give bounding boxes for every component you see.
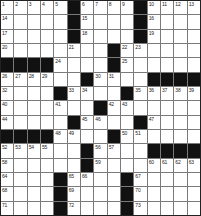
white-cell-r12c9[interactable]: [108, 159, 120, 172]
white-cell-r3c12[interactable]: 19: [148, 30, 160, 43]
white-cell-r13c1[interactable]: 64: [1, 173, 13, 186]
clue-number-69: 69: [69, 187, 74, 193]
clue-number-46: 46: [95, 116, 100, 122]
white-cell-r4c5[interactable]: [54, 44, 66, 57]
white-cell-r1c12[interactable]: 10: [148, 1, 160, 14]
white-cell-r12c2[interactable]: [14, 159, 26, 172]
white-cell-r3c5[interactable]: [54, 30, 66, 43]
white-cell-r2c4[interactable]: [41, 15, 53, 28]
white-cell-r2c14[interactable]: [174, 15, 186, 28]
clue-number-32: 32: [2, 87, 7, 93]
white-cell-r12c10[interactable]: [121, 159, 133, 172]
clue-number-1: 1: [2, 1, 5, 7]
white-cell-r11c6[interactable]: [68, 144, 80, 157]
white-cell-r3c1[interactable]: 17: [1, 30, 13, 43]
white-cell-r7c4[interactable]: [41, 87, 53, 100]
black-cell-r9c11: [134, 116, 146, 129]
white-cell-r4c10[interactable]: 22: [121, 44, 133, 57]
white-cell-r9c3[interactable]: [28, 116, 40, 129]
black-cell-r5c9: [108, 58, 120, 71]
black-cell-r10c1: [1, 130, 13, 143]
clue-number-54: 54: [29, 144, 34, 150]
white-cell-r8c14[interactable]: [174, 101, 186, 114]
white-cell-r12c4[interactable]: [41, 159, 53, 172]
white-cell-r14c13[interactable]: [161, 187, 173, 200]
crossword-grid: 1234567891011121314151617181920212223242…: [0, 0, 201, 216]
clue-number-47: 47: [149, 116, 154, 122]
white-cell-r8c3[interactable]: [28, 101, 40, 114]
white-cell-r14c7[interactable]: [81, 187, 93, 200]
white-cell-r9c8[interactable]: 46: [94, 116, 106, 129]
white-cell-r8c9[interactable]: 42: [108, 101, 120, 114]
white-cell-r15c15[interactable]: [188, 202, 200, 215]
white-cell-r15c4[interactable]: [41, 202, 53, 215]
white-cell-r4c13[interactable]: [161, 44, 173, 57]
clue-number-56: 56: [95, 144, 100, 150]
clue-number-15: 15: [82, 15, 87, 21]
white-cell-r11c2[interactable]: 53: [14, 144, 26, 157]
white-cell-r7c2[interactable]: [14, 87, 26, 100]
clue-number-60: 60: [149, 159, 154, 165]
white-cell-r1c3[interactable]: 3: [28, 1, 40, 14]
white-cell-r14c14[interactable]: [174, 187, 186, 200]
white-cell-r11c9[interactable]: 57: [108, 144, 120, 157]
white-cell-r3c9[interactable]: [108, 30, 120, 43]
clue-number-14: 14: [2, 15, 7, 21]
white-cell-r10c5[interactable]: 48: [54, 130, 66, 143]
black-cell-r3c6: [68, 30, 80, 43]
clue-number-17: 17: [2, 30, 7, 36]
clue-number-5: 5: [55, 1, 58, 7]
white-cell-r3c15[interactable]: [188, 30, 200, 43]
black-cell-r6c15: [188, 73, 200, 86]
clue-number-21: 21: [69, 44, 74, 50]
white-cell-r8c12[interactable]: [148, 101, 160, 114]
white-cell-r2c7[interactable]: 15: [81, 15, 93, 28]
white-cell-r12c12[interactable]: 60: [148, 159, 160, 172]
white-cell-r5c15[interactable]: [188, 58, 200, 71]
white-cell-r2c1[interactable]: 14: [1, 15, 13, 28]
white-cell-r4c8[interactable]: [94, 44, 106, 57]
white-cell-r2c15[interactable]: [188, 15, 200, 28]
clue-number-65: 65: [69, 173, 74, 179]
white-cell-r12c14[interactable]: 62: [174, 159, 186, 172]
clue-number-52: 52: [2, 144, 7, 150]
white-cell-r5c5[interactable]: 24: [54, 58, 66, 71]
white-cell-r5c8[interactable]: [94, 58, 106, 71]
clue-number-13: 13: [189, 1, 194, 7]
white-cell-r4c4[interactable]: [41, 44, 53, 57]
white-cell-r4c15[interactable]: [188, 44, 200, 57]
white-cell-r12c5[interactable]: [54, 159, 66, 172]
white-cell-r10c13[interactable]: [161, 130, 173, 143]
white-cell-r12c11[interactable]: [134, 159, 146, 172]
clue-number-25: 25: [122, 58, 127, 64]
black-cell-r6c7: [81, 73, 93, 86]
white-cell-r10c11[interactable]: 51: [134, 130, 146, 143]
white-cell-r15c3[interactable]: [28, 202, 40, 215]
black-cell-r2c11: [134, 15, 146, 28]
white-cell-r7c7[interactable]: 34: [81, 87, 93, 100]
white-cell-r7c14[interactable]: 38: [174, 87, 186, 100]
white-cell-r15c1[interactable]: 71: [1, 202, 13, 215]
black-cell-r2c6: [68, 15, 80, 28]
white-cell-r1c7[interactable]: 6: [81, 1, 93, 14]
black-cell-r6c14: [174, 73, 186, 86]
white-cell-r14c1[interactable]: 68: [1, 187, 13, 200]
white-cell-r14c6[interactable]: 69: [68, 187, 80, 200]
white-cell-r11c11[interactable]: [134, 144, 146, 157]
black-cell-r10c9: [108, 130, 120, 143]
white-cell-r6c5[interactable]: [54, 73, 66, 86]
white-cell-r11c10[interactable]: [121, 144, 133, 157]
white-cell-r11c1[interactable]: 52: [1, 144, 13, 157]
white-cell-r3c10[interactable]: [121, 30, 133, 43]
white-cell-r10c15[interactable]: [188, 130, 200, 143]
white-cell-r2c8[interactable]: [94, 15, 106, 28]
white-cell-r13c8[interactable]: [94, 173, 106, 186]
black-cell-r10c4: [41, 130, 53, 143]
white-cell-r10c8[interactable]: [94, 130, 106, 143]
clue-number-29: 29: [42, 73, 47, 79]
clue-number-22: 22: [122, 44, 127, 50]
white-cell-r9c5[interactable]: [54, 116, 66, 129]
white-cell-r15c2[interactable]: [14, 202, 26, 215]
black-cell-r7c5: [54, 87, 66, 100]
white-cell-r14c2[interactable]: [14, 187, 26, 200]
clue-number-50: 50: [122, 130, 127, 136]
white-cell-r12c3[interactable]: [28, 159, 40, 172]
white-cell-r13c12[interactable]: [148, 173, 160, 186]
white-cell-r3c7[interactable]: 18: [81, 30, 93, 43]
white-cell-r2c2[interactable]: [14, 15, 26, 28]
white-cell-r1c13[interactable]: 11: [161, 1, 173, 14]
clue-number-11: 11: [162, 1, 167, 7]
white-cell-r13c11[interactable]: 67: [134, 173, 146, 186]
white-cell-r8c1[interactable]: 40: [1, 101, 13, 114]
clue-number-24: 24: [55, 58, 60, 64]
clue-number-57: 57: [109, 144, 114, 150]
white-cell-r12c6[interactable]: [68, 159, 80, 172]
clue-number-27: 27: [15, 73, 20, 79]
white-cell-r13c9[interactable]: [108, 173, 120, 186]
white-cell-r7c9[interactable]: [108, 87, 120, 100]
black-cell-r5c1: [1, 58, 13, 71]
clue-number-18: 18: [82, 30, 87, 36]
white-cell-r3c8[interactable]: [94, 30, 106, 43]
clue-number-68: 68: [2, 187, 7, 193]
clue-number-34: 34: [82, 87, 87, 93]
white-cell-r5c12[interactable]: [148, 58, 160, 71]
clue-number-59: 59: [95, 159, 100, 165]
white-cell-r8c4[interactable]: [41, 101, 53, 114]
white-cell-r15c9[interactable]: [108, 202, 120, 215]
white-cell-r4c12[interactable]: [148, 44, 160, 57]
white-cell-r12c1[interactable]: 58: [1, 159, 13, 172]
white-cell-r6c8[interactable]: 30: [94, 73, 106, 86]
white-cell-r15c7[interactable]: [81, 202, 93, 215]
white-cell-r10c14[interactable]: [174, 130, 186, 143]
clue-number-51: 51: [135, 130, 140, 136]
white-cell-r3c14[interactable]: [174, 30, 186, 43]
white-cell-r2c13[interactable]: [161, 15, 173, 28]
clue-number-23: 23: [135, 44, 140, 50]
white-cell-r13c3[interactable]: [28, 173, 40, 186]
white-cell-r1c9[interactable]: 8: [108, 1, 120, 14]
clue-number-72: 72: [69, 202, 74, 208]
white-cell-r6c9[interactable]: 31: [108, 73, 120, 86]
white-cell-r14c9[interactable]: [108, 187, 120, 200]
white-cell-r1c4[interactable]: 4: [41, 1, 53, 14]
white-cell-r6c6[interactable]: [68, 73, 80, 86]
white-cell-r5c7[interactable]: [81, 58, 93, 71]
white-cell-r1c14[interactable]: 12: [174, 1, 186, 14]
white-cell-r2c3[interactable]: [28, 15, 40, 28]
clue-number-33: 33: [69, 87, 74, 93]
white-cell-r14c12[interactable]: [148, 187, 160, 200]
white-cell-r10c6[interactable]: 49: [68, 130, 80, 143]
white-cell-r15c14[interactable]: [174, 202, 186, 215]
white-cell-r12c8[interactable]: 59: [94, 159, 106, 172]
black-cell-r11c12: [148, 144, 160, 157]
white-cell-r2c12[interactable]: 16: [148, 15, 160, 28]
black-cell-r14c10: [121, 187, 133, 200]
clue-number-73: 73: [135, 202, 140, 208]
white-cell-r5c13[interactable]: [161, 58, 173, 71]
white-cell-r13c14[interactable]: [174, 173, 186, 186]
black-cell-r6c13: [161, 73, 173, 86]
clue-number-55: 55: [42, 144, 47, 150]
clue-number-7: 7: [95, 1, 98, 7]
white-cell-r12c15[interactable]: 63: [188, 159, 200, 172]
black-cell-r1c11: [134, 1, 146, 14]
white-cell-r9c2[interactable]: [14, 116, 26, 129]
white-cell-r13c7[interactable]: 66: [81, 173, 93, 186]
white-cell-r9c12[interactable]: 47: [148, 116, 160, 129]
white-cell-r7c13[interactable]: 37: [161, 87, 173, 100]
clue-number-58: 58: [2, 159, 7, 165]
clue-number-53: 53: [15, 144, 20, 150]
clue-number-44: 44: [2, 116, 7, 122]
white-cell-r5c11[interactable]: [134, 58, 146, 71]
clue-number-37: 37: [162, 87, 167, 93]
white-cell-r7c1[interactable]: 32: [1, 87, 13, 100]
white-cell-r9c9[interactable]: [108, 116, 120, 129]
clue-number-19: 19: [149, 30, 154, 36]
clue-number-38: 38: [175, 87, 180, 93]
clue-number-28: 28: [29, 73, 34, 79]
white-cell-r7c6[interactable]: 33: [68, 87, 80, 100]
white-cell-r5c14[interactable]: [174, 58, 186, 71]
clue-number-12: 12: [175, 1, 180, 7]
clue-number-39: 39: [189, 87, 194, 93]
clue-number-40: 40: [2, 101, 7, 107]
white-cell-r1c5[interactable]: 5: [54, 1, 66, 14]
white-cell-r4c1[interactable]: 20: [1, 44, 13, 57]
clue-number-61: 61: [162, 159, 167, 165]
clue-number-36: 36: [149, 87, 154, 93]
white-cell-r3c4[interactable]: [41, 30, 53, 43]
crossword-puzzle: 1234567891011121314151617181920212223242…: [0, 0, 201, 216]
white-cell-r9c4[interactable]: [41, 116, 53, 129]
black-cell-r5c3: [28, 58, 40, 71]
black-cell-r5c2: [14, 58, 26, 71]
clue-number-35: 35: [135, 87, 140, 93]
white-cell-r15c6[interactable]: 72: [68, 202, 80, 215]
white-cell-r5c10[interactable]: 25: [121, 58, 133, 71]
white-cell-r4c11[interactable]: 23: [134, 44, 146, 57]
white-cell-r10c10[interactable]: 50: [121, 130, 133, 143]
black-cell-r10c3: [28, 130, 40, 143]
white-cell-r12c13[interactable]: 61: [161, 159, 173, 172]
white-cell-r3c2[interactable]: [14, 30, 26, 43]
black-cell-r15c5: [54, 202, 66, 215]
white-cell-r6c3[interactable]: 28: [28, 73, 40, 86]
clue-number-16: 16: [149, 15, 154, 21]
white-cell-r6c1[interactable]: 26: [1, 73, 13, 86]
white-cell-r2c10[interactable]: [121, 15, 133, 28]
white-cell-r15c13[interactable]: [161, 202, 173, 215]
clue-number-49: 49: [69, 130, 74, 136]
white-cell-r4c14[interactable]: [174, 44, 186, 57]
clue-number-62: 62: [175, 159, 180, 165]
white-cell-r1c1[interactable]: 1: [1, 1, 13, 14]
white-cell-r14c4[interactable]: [41, 187, 53, 200]
clue-number-70: 70: [135, 187, 140, 193]
clue-number-41: 41: [55, 101, 60, 107]
black-cell-r4c9: [108, 44, 120, 57]
white-cell-r9c7[interactable]: 45: [81, 116, 93, 129]
white-cell-r14c11[interactable]: 70: [134, 187, 146, 200]
white-cell-r5c6[interactable]: [68, 58, 80, 71]
clue-number-3: 3: [29, 1, 32, 7]
white-cell-r13c13[interactable]: [161, 173, 173, 186]
white-cell-r11c4[interactable]: 55: [41, 144, 53, 157]
white-cell-r6c11[interactable]: [134, 73, 146, 86]
white-cell-r8c10[interactable]: 43: [121, 101, 133, 114]
black-cell-r12c7: [81, 159, 93, 172]
white-cell-r9c15[interactable]: [188, 116, 200, 129]
white-cell-r1c8[interactable]: 7: [94, 1, 106, 14]
white-cell-r1c10[interactable]: 9: [121, 1, 133, 14]
clue-number-2: 2: [15, 1, 18, 7]
white-cell-r8c5[interactable]: 41: [54, 101, 66, 114]
white-cell-r2c5[interactable]: [54, 15, 66, 28]
black-cell-r11c13: [161, 144, 173, 157]
black-cell-r1c6: [68, 1, 80, 14]
black-cell-r8c8: [94, 101, 106, 114]
white-cell-r1c2[interactable]: 2: [14, 1, 26, 14]
white-cell-r4c6[interactable]: 21: [68, 44, 80, 57]
clue-number-43: 43: [122, 101, 127, 107]
clue-number-63: 63: [189, 159, 194, 165]
white-cell-r13c15[interactable]: [188, 173, 200, 186]
clue-number-48: 48: [55, 130, 60, 136]
clue-number-45: 45: [82, 116, 87, 122]
white-cell-r4c7[interactable]: [81, 44, 93, 57]
white-cell-r8c15[interactable]: [188, 101, 200, 114]
clue-number-67: 67: [135, 173, 140, 179]
white-cell-r8c2[interactable]: [14, 101, 26, 114]
white-cell-r7c12[interactable]: 36: [148, 87, 160, 100]
white-cell-r2c9[interactable]: [108, 15, 120, 28]
white-cell-r4c2[interactable]: [14, 44, 26, 57]
clue-number-30: 30: [95, 73, 100, 79]
white-cell-r9c1[interactable]: 44: [1, 116, 13, 129]
black-cell-r11c15: [188, 144, 200, 157]
black-cell-r7c10: [121, 87, 133, 100]
black-cell-r9c6: [68, 116, 80, 129]
white-cell-r9c13[interactable]: [161, 116, 173, 129]
white-cell-r9c10[interactable]: [121, 116, 133, 129]
white-cell-r13c4[interactable]: [41, 173, 53, 186]
white-cell-r3c3[interactable]: [28, 30, 40, 43]
white-cell-r8c13[interactable]: [161, 101, 173, 114]
white-cell-r7c15[interactable]: 39: [188, 87, 200, 100]
clue-number-42: 42: [109, 101, 114, 107]
clue-number-26: 26: [2, 73, 7, 79]
white-cell-r7c11[interactable]: 35: [134, 87, 146, 100]
white-cell-r14c3[interactable]: [28, 187, 40, 200]
clue-number-6: 6: [82, 1, 85, 7]
white-cell-r8c6[interactable]: [68, 101, 80, 114]
black-cell-r15c10: [121, 202, 133, 215]
white-cell-r6c2[interactable]: 27: [14, 73, 26, 86]
clue-number-71: 71: [2, 202, 7, 208]
white-cell-r7c3[interactable]: [28, 87, 40, 100]
white-cell-r8c11[interactable]: [134, 101, 146, 114]
white-cell-r4c3[interactable]: [28, 44, 40, 57]
white-cell-r8c7[interactable]: [81, 101, 93, 114]
white-cell-r13c2[interactable]: [14, 173, 26, 186]
clue-number-66: 66: [82, 173, 87, 179]
white-cell-r10c12[interactable]: [148, 130, 160, 143]
white-cell-r14c8[interactable]: [94, 187, 106, 200]
white-cell-r3c13[interactable]: [161, 30, 173, 43]
clue-number-8: 8: [109, 1, 112, 7]
black-cell-r10c2: [14, 130, 26, 143]
clue-number-20: 20: [2, 44, 7, 50]
white-cell-r6c10[interactable]: [121, 73, 133, 86]
white-cell-r15c8[interactable]: [94, 202, 106, 215]
white-cell-r6c4[interactable]: 29: [41, 73, 53, 86]
white-cell-r11c5[interactable]: [54, 144, 66, 157]
white-cell-r11c8[interactable]: 56: [94, 144, 106, 157]
clue-number-31: 31: [109, 73, 114, 79]
black-cell-r6c12: [148, 73, 160, 86]
clue-number-9: 9: [122, 1, 125, 7]
black-cell-r11c7: [81, 144, 93, 157]
clue-number-64: 64: [2, 173, 7, 179]
black-cell-r13c5: [54, 173, 66, 186]
white-cell-r15c12[interactable]: [148, 202, 160, 215]
white-cell-r15c11[interactable]: 73: [134, 202, 146, 215]
black-cell-r5c4: [41, 58, 53, 71]
white-cell-r10c7[interactable]: [81, 130, 93, 143]
white-cell-r7c8[interactable]: [94, 87, 106, 100]
white-cell-r1c15[interactable]: 13: [188, 1, 200, 14]
white-cell-r11c3[interactable]: 54: [28, 144, 40, 157]
white-cell-r14c15[interactable]: [188, 187, 200, 200]
clue-number-10: 10: [149, 1, 154, 7]
black-cell-r14c5: [54, 187, 66, 200]
clue-number-4: 4: [42, 1, 45, 7]
black-cell-r13c10: [121, 173, 133, 186]
black-cell-r3c11: [134, 30, 146, 43]
white-cell-r9c14[interactable]: [174, 116, 186, 129]
white-cell-r13c6[interactable]: 65: [68, 173, 80, 186]
black-cell-r11c14: [174, 144, 186, 157]
